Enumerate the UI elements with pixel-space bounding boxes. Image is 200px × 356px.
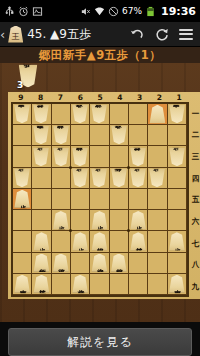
- gote-piece-11: 香車: [169, 105, 185, 124]
- square-1-8: [168, 253, 187, 274]
- gote-piece-91: 香車: [14, 105, 30, 124]
- sente-piece-57: 銀将: [91, 232, 107, 251]
- square-1-9: 香車: [168, 274, 187, 295]
- square-7-4: [52, 168, 71, 189]
- square-5-9: [90, 274, 109, 295]
- menu-icon[interactable]: [179, 29, 193, 40]
- gote-piece-13: 歩兵: [169, 147, 185, 166]
- file-label-6: 6: [74, 93, 86, 102]
- square-8-2: 飛車: [32, 125, 51, 146]
- hoshi-dot: [69, 166, 72, 169]
- square-9-9: 香車: [13, 274, 32, 295]
- status-bar: 67% 19:36: [0, 0, 200, 22]
- gote-hand-tray: 3 歩兵: [17, 62, 43, 91]
- square-6-1: 金将: [71, 104, 90, 125]
- square-4-9: [110, 274, 129, 295]
- rank-label-1: 一: [191, 109, 200, 119]
- square-9-8: [13, 253, 32, 274]
- square-6-2: [71, 125, 90, 146]
- file-label-8: 8: [35, 93, 47, 102]
- chapter-title-bar: 郷田新手▲9五歩（1）: [0, 47, 200, 63]
- square-3-6: 歩兵: [129, 210, 148, 231]
- square-3-7: 桂馬: [129, 231, 148, 252]
- square-3-8: [129, 253, 148, 274]
- clock-time: 19:36: [161, 5, 196, 18]
- sente-piece-36: 歩兵: [130, 211, 146, 230]
- undo-icon[interactable]: [129, 27, 144, 42]
- file-label-4: 4: [114, 93, 126, 102]
- mute-icon: [80, 6, 91, 17]
- gote-hand-pawn-count: 3: [17, 80, 23, 90]
- sente-piece-88: 角行: [33, 253, 49, 272]
- rank-label-9: 九: [191, 282, 200, 292]
- square-2-8: [148, 253, 167, 274]
- redo-icon[interactable]: [154, 27, 169, 42]
- file-label-5: 5: [94, 93, 106, 102]
- chapter-title: 郷田新手▲9五歩（1）: [39, 48, 161, 63]
- gote-piece-83: 歩兵: [33, 147, 49, 166]
- gote-piece-34: 歩兵: [130, 169, 146, 188]
- sente-piece-48: 銀将: [111, 253, 127, 272]
- hoshi-dot: [127, 166, 130, 169]
- gote-piece-54: 歩兵: [91, 169, 107, 188]
- rank-label-3: 三: [191, 152, 200, 162]
- sente-piece-37: 桂馬: [130, 232, 146, 251]
- square-7-5: [52, 189, 71, 210]
- square-8-9: 桂馬: [32, 274, 51, 295]
- sente-piece-95: 歩兵: [14, 190, 30, 209]
- square-5-8: 金将: [90, 253, 109, 274]
- square-8-5: [32, 189, 51, 210]
- app-bar: ‹ 王 45. ▲9五歩: [0, 22, 200, 47]
- square-8-4: [32, 168, 51, 189]
- rank-label-5: 五: [191, 195, 200, 205]
- square-9-5: 歩兵: [13, 189, 32, 210]
- square-7-3: 歩兵: [52, 146, 71, 167]
- square-8-7: 歩兵: [32, 231, 51, 252]
- file-label-7: 7: [54, 93, 66, 102]
- square-1-2: [168, 125, 187, 146]
- square-3-3: 桂馬: [129, 146, 148, 167]
- square-5-3: [90, 146, 109, 167]
- square-1-3: 歩兵: [168, 146, 187, 167]
- square-6-9: 金将: [71, 274, 90, 295]
- sente-piece-19: 香車: [169, 275, 185, 294]
- square-2-7: [148, 231, 167, 252]
- gote-piece-94: 歩兵: [14, 169, 30, 188]
- gote-piece-42: 金将: [111, 126, 127, 145]
- file-label-1: 1: [173, 93, 185, 102]
- square-7-7: [52, 231, 71, 252]
- sente-piece-87: 歩兵: [33, 232, 49, 251]
- square-1-5: [168, 189, 187, 210]
- square-6-4: 歩兵: [71, 168, 90, 189]
- rank-label-6: 六: [191, 217, 200, 227]
- gote-piece-51: 王将: [91, 105, 107, 124]
- square-3-5: [129, 189, 148, 210]
- square-7-9: [52, 274, 71, 295]
- sente-piece-17: 歩兵: [169, 232, 185, 251]
- usb-icon: [4, 6, 15, 17]
- square-3-1: [129, 104, 148, 125]
- sente-piece-56: 歩兵: [91, 211, 107, 230]
- square-4-8: 銀将: [110, 253, 129, 274]
- square-7-2: 銀将: [52, 125, 71, 146]
- gote-piece-44: 角行: [111, 169, 127, 188]
- square-2-6: [148, 210, 167, 231]
- square-2-4: 歩兵: [148, 168, 167, 189]
- square-6-8: [71, 253, 90, 274]
- square-4-6: [110, 210, 129, 231]
- square-8-8: 角行: [32, 253, 51, 274]
- sente-piece-21: 竜: [149, 105, 165, 124]
- square-3-9: [129, 274, 148, 295]
- sente-piece-67: 歩兵: [72, 232, 88, 251]
- square-2-2: [148, 125, 167, 146]
- gote-piece-82: 飛車: [33, 126, 49, 145]
- square-9-3: [13, 146, 32, 167]
- status-left-icons: [0, 6, 43, 17]
- square-5-6: 歩兵: [90, 210, 109, 231]
- gote-piece-33: 桂馬: [130, 147, 146, 166]
- square-9-2: [13, 125, 32, 146]
- gote-piece-72: 銀将: [53, 126, 69, 145]
- square-9-1: 香車: [13, 104, 32, 125]
- sente-piece-78: 玉将: [53, 253, 69, 272]
- square-5-1: 王将: [90, 104, 109, 125]
- square-8-3: 歩兵: [32, 146, 51, 167]
- gote-piece-61: 金将: [72, 105, 88, 124]
- view-commentary-button[interactable]: 解説を見る: [8, 328, 192, 356]
- alarm-icon: [18, 6, 29, 17]
- square-6-5: [71, 189, 90, 210]
- square-5-7: 銀将: [90, 231, 109, 252]
- square-5-2: [90, 125, 109, 146]
- square-9-6: [13, 210, 32, 231]
- square-3-2: [129, 125, 148, 146]
- sente-piece-99: 香車: [14, 275, 30, 294]
- gote-piece-24: 歩兵: [149, 169, 165, 188]
- sente-piece-89: 桂馬: [33, 275, 49, 294]
- square-6-3: 銀将: [71, 146, 90, 167]
- square-5-5: [90, 189, 109, 210]
- gote-piece-73: 歩兵: [53, 147, 69, 166]
- gote-piece-63: 銀将: [72, 147, 88, 166]
- square-2-5: [148, 189, 167, 210]
- file-label-9: 9: [15, 93, 27, 102]
- sente-piece-76: 歩兵: [53, 211, 69, 230]
- square-9-4: 歩兵: [13, 168, 32, 189]
- square-5-4: 歩兵: [90, 168, 109, 189]
- square-1-7: 歩兵: [168, 231, 187, 252]
- square-9-7: [13, 231, 32, 252]
- rank-label-2: 二: [191, 130, 200, 140]
- battery-percent: 67%: [122, 6, 142, 16]
- square-4-2: 金将: [110, 125, 129, 146]
- square-1-1: 香車: [168, 104, 187, 125]
- board-grid: 香車桂馬金将王将竜香車飛車銀将金将歩兵歩兵銀将桂馬歩兵歩兵歩兵歩兵角行歩兵歩兵歩…: [11, 102, 189, 297]
- gote-piece-64: 歩兵: [72, 169, 88, 188]
- app-shogi-piece-icon: 王: [8, 26, 23, 43]
- move-number-label: 45. ▲9五歩: [27, 26, 91, 43]
- back-chevron[interactable]: ‹: [0, 22, 6, 47]
- square-4-4: 角行: [110, 168, 129, 189]
- wifi-icon: [94, 6, 105, 17]
- square-2-1: 竜: [148, 104, 167, 125]
- square-4-5: [110, 189, 129, 210]
- rank-label-8: 八: [191, 260, 200, 270]
- square-2-9: [148, 274, 167, 295]
- gote-piece-81: 桂馬: [33, 105, 49, 124]
- square-1-4: [168, 168, 187, 189]
- file-label-3: 3: [134, 93, 146, 102]
- square-7-6: 歩兵: [52, 210, 71, 231]
- file-label-2: 2: [153, 93, 165, 102]
- square-8-1: 桂馬: [32, 104, 51, 125]
- rank-label-7: 七: [191, 239, 200, 249]
- square-6-7: 歩兵: [71, 231, 90, 252]
- sente-piece-58: 金将: [91, 253, 107, 272]
- square-2-3: [148, 146, 167, 167]
- no-interruptions-icon: [108, 6, 119, 17]
- square-3-4: 歩兵: [129, 168, 148, 189]
- square-8-6: [32, 210, 51, 231]
- square-7-8: 玉将: [52, 253, 71, 274]
- square-4-7: [110, 231, 129, 252]
- square-6-6: [71, 210, 90, 231]
- square-4-3: [110, 146, 129, 167]
- square-1-6: [168, 210, 187, 231]
- gallery-icon: [32, 6, 43, 17]
- battery-icon: [145, 6, 156, 17]
- square-7-1: [52, 104, 71, 125]
- rank-label-4: 四: [191, 174, 200, 184]
- square-4-1: [110, 104, 129, 125]
- sente-piece-69: 金将: [72, 275, 88, 294]
